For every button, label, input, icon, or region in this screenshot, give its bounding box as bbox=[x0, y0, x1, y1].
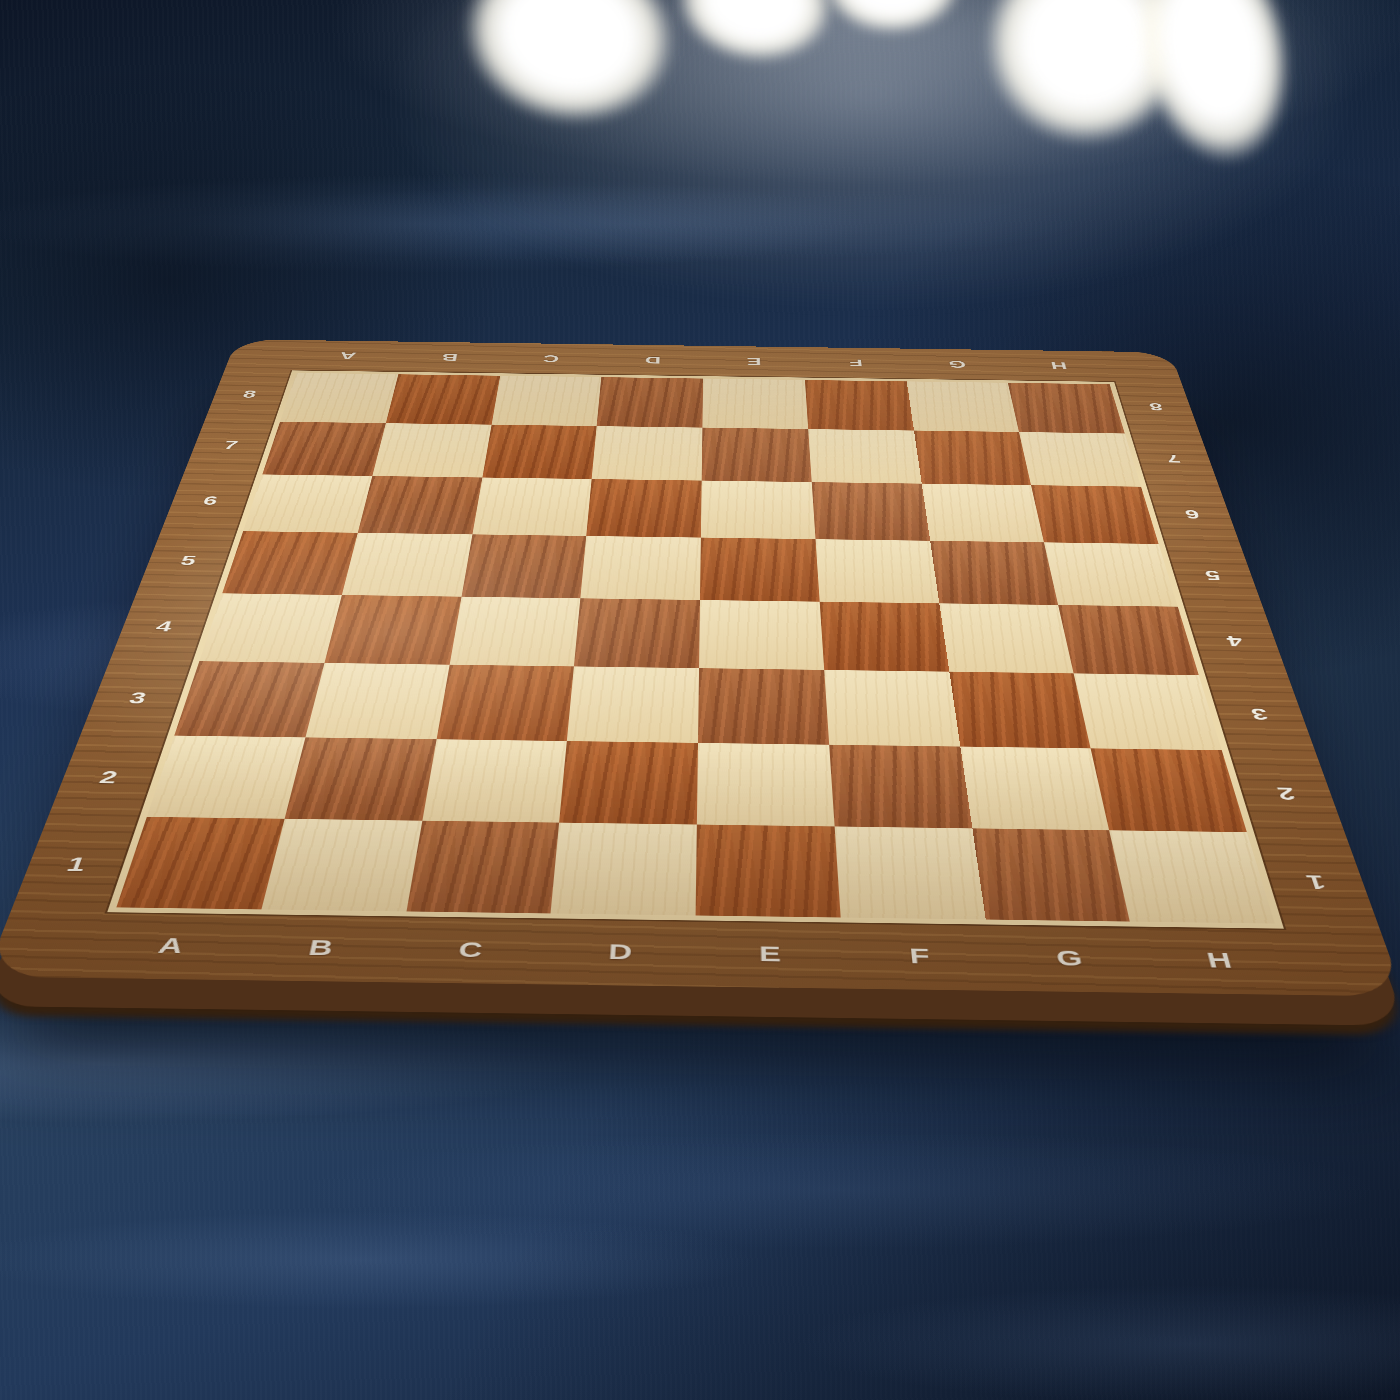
square-g8 bbox=[906, 381, 1019, 432]
square-c1 bbox=[406, 821, 559, 914]
square-f4 bbox=[819, 602, 948, 672]
square-b3 bbox=[305, 663, 449, 739]
square-h2 bbox=[1091, 748, 1247, 832]
square-d1 bbox=[551, 823, 697, 916]
far-file-label-g: G bbox=[904, 349, 1011, 381]
square-e6 bbox=[701, 480, 815, 539]
square-b1 bbox=[261, 819, 422, 912]
square-e4 bbox=[699, 600, 824, 670]
square-g4 bbox=[939, 603, 1074, 673]
near-file-label-b: B bbox=[237, 914, 401, 982]
square-a4 bbox=[199, 593, 341, 662]
near-file-label-f: F bbox=[843, 922, 1000, 990]
square-a8 bbox=[280, 373, 398, 423]
square-f7 bbox=[808, 429, 921, 483]
square-e5 bbox=[700, 538, 819, 602]
square-c8 bbox=[491, 376, 601, 426]
square-g7 bbox=[914, 430, 1032, 485]
photo-canvas: { "game": "chess", "scene": "empty woode… bbox=[0, 0, 1400, 1400]
square-e2 bbox=[697, 743, 835, 827]
square-f3 bbox=[824, 670, 960, 746]
far-file-label-c: C bbox=[498, 343, 604, 375]
near-file-label-h: H bbox=[1137, 927, 1305, 995]
square-a1 bbox=[116, 817, 284, 909]
near-file-label-g: G bbox=[990, 925, 1152, 993]
square-e7 bbox=[702, 427, 812, 481]
square-d5 bbox=[581, 536, 701, 600]
far-file-label-a: A bbox=[292, 340, 403, 372]
square-e8 bbox=[702, 379, 808, 429]
near-file-label-a: A bbox=[85, 912, 255, 980]
square-d8 bbox=[597, 377, 703, 427]
square-f2 bbox=[829, 744, 972, 828]
square-h8 bbox=[1008, 383, 1125, 434]
near-file-label-e: E bbox=[695, 920, 847, 988]
square-h5 bbox=[1044, 542, 1178, 606]
square-h7 bbox=[1019, 432, 1141, 487]
square-a2 bbox=[147, 735, 305, 819]
square-f1 bbox=[834, 827, 985, 920]
square-c4 bbox=[449, 597, 580, 667]
square-d6 bbox=[586, 479, 701, 538]
square-c5 bbox=[461, 534, 586, 598]
square-f6 bbox=[812, 482, 930, 541]
scene: ABCDEFGH ABCDEFGH 87654321 87654321 bbox=[0, 0, 1400, 1400]
square-g5 bbox=[930, 541, 1059, 605]
square-e1 bbox=[696, 825, 841, 918]
playing-area bbox=[107, 370, 1284, 928]
square-b5 bbox=[342, 533, 472, 597]
square-a6 bbox=[243, 474, 372, 533]
square-d7 bbox=[592, 426, 703, 480]
square-b6 bbox=[358, 476, 482, 535]
square-d2 bbox=[559, 741, 698, 825]
square-g1 bbox=[972, 829, 1130, 922]
square-a5 bbox=[222, 531, 357, 595]
square-h3 bbox=[1074, 673, 1222, 750]
far-file-label-b: B bbox=[395, 342, 503, 374]
square-a3 bbox=[174, 661, 324, 737]
chess-board: ABCDEFGH ABCDEFGH 87654321 87654321 bbox=[0, 339, 1400, 996]
far-file-label-f: F bbox=[804, 347, 909, 379]
square-e3 bbox=[698, 668, 829, 744]
square-h4 bbox=[1058, 605, 1198, 675]
square-c2 bbox=[422, 739, 567, 823]
near-file-label-c: C bbox=[390, 916, 549, 984]
square-d3 bbox=[567, 666, 699, 742]
far-file-label-d: D bbox=[600, 344, 703, 376]
square-f8 bbox=[805, 380, 914, 430]
square-b8 bbox=[386, 374, 500, 424]
square-g3 bbox=[949, 672, 1091, 749]
square-c3 bbox=[436, 665, 574, 741]
near-file-label-d: D bbox=[542, 918, 695, 986]
square-g2 bbox=[960, 746, 1110, 830]
far-file-label-h: H bbox=[1004, 350, 1114, 382]
square-h6 bbox=[1031, 485, 1158, 544]
square-c6 bbox=[472, 477, 592, 536]
square-d4 bbox=[574, 598, 700, 668]
square-b4 bbox=[324, 595, 461, 665]
square-h1 bbox=[1109, 830, 1274, 923]
square-b2 bbox=[284, 737, 436, 821]
far-file-label-e: E bbox=[703, 346, 806, 378]
square-b7 bbox=[372, 423, 491, 477]
square-g6 bbox=[921, 483, 1044, 542]
square-c7 bbox=[482, 425, 597, 479]
square-f5 bbox=[815, 539, 939, 603]
square-a7 bbox=[262, 422, 385, 476]
